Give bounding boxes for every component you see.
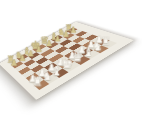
white-king[interactable]: ♚ (60, 57, 73, 71)
white-queen[interactable]: ♛ (72, 51, 83, 64)
white-knight[interactable]: ♞ (92, 41, 102, 52)
white-rook[interactable]: ♜ (32, 76, 42, 88)
black-pawn[interactable]: ♟ (19, 54, 27, 63)
white-knight[interactable]: ♞ (42, 71, 52, 83)
square[interactable]: ♛ (74, 56, 91, 65)
white-bishop[interactable]: ♝ (83, 46, 93, 58)
square[interactable]: ♞ (93, 45, 108, 53)
chess-set-photo: ♜♟♟♜♞♟♟♞♝♟♟♝♛♟♟♛♚♟♟♚♝♟♟♝♞♟♟♞♜♟♟♜ (0, 0, 142, 118)
white-rook[interactable]: ♜ (101, 36, 111, 47)
white-bishop[interactable]: ♝ (51, 64, 62, 76)
square[interactable]: ♜ (102, 41, 117, 49)
square[interactable]: ♝ (84, 50, 100, 59)
chess-board: ♜♟♟♜♞♟♟♞♝♟♟♝♛♟♟♛♚♟♟♚♝♟♟♝♞♟♟♞♜♟♟♜ (0, 22, 134, 100)
black-pawn[interactable]: ♟ (10, 59, 18, 68)
